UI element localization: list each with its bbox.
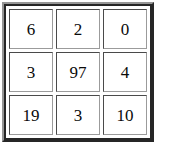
grid-cell-r2-c1: 3 [56,95,100,135]
grid-cell-r2-c2: 10 [103,95,147,135]
board-frame-outer: 6 2 0 3 97 4 19 3 10 [2,2,154,142]
grid-cell-r1-c0: 3 [9,52,53,92]
board-frame-inner: 6 2 0 3 97 4 19 3 10 [4,4,152,140]
grid-cell-r0-c1: 2 [56,9,100,49]
grid-cell-r2-c0: 19 [9,95,53,135]
grid-cell-r0-c2: 0 [103,9,147,49]
grid-cell-r1-c2: 4 [103,52,147,92]
grid-cell-r1-c1: 97 [56,52,100,92]
page-canvas: 6 2 0 3 97 4 19 3 10 [0,0,170,155]
grid-cell-r0-c0: 6 [9,9,53,49]
number-grid: 6 2 0 3 97 4 19 3 10 [9,9,147,135]
